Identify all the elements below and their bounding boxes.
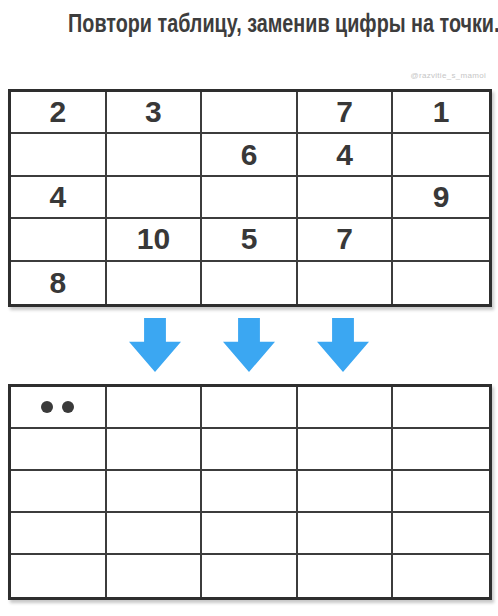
source-cell-r5c1: 8 [11, 262, 107, 304]
answer-cell-r5c3[interactable] [202, 555, 298, 597]
watermark-credit: @razvitie_s_mamoi [411, 71, 486, 80]
source-cell-r3c4 [298, 177, 394, 219]
cell-number: 7 [336, 224, 353, 254]
answer-cell-r1c5[interactable] [393, 387, 489, 429]
cell-number: 2 [49, 97, 66, 127]
source-cell-r2c2 [107, 134, 203, 176]
cell-number: 3 [145, 97, 162, 127]
answer-cell-r4c4[interactable] [298, 513, 394, 555]
answer-cell-r3c3[interactable] [202, 471, 298, 513]
answer-cell-r2c2[interactable] [107, 429, 203, 471]
answer-cell-r2c4[interactable] [298, 429, 394, 471]
source-cell-r1c2: 3 [107, 92, 203, 134]
cell-number: 4 [336, 140, 353, 170]
source-cell-r5c4 [298, 262, 394, 304]
source-cell-r4c2: 10 [107, 219, 203, 261]
down-arrow-icon [317, 318, 369, 372]
answer-cell-r1c4[interactable] [298, 387, 394, 429]
source-cell-r5c3 [202, 262, 298, 304]
source-cell-r3c1: 4 [11, 177, 107, 219]
answer-cell-r4c5[interactable] [393, 513, 489, 555]
dot-icon [62, 401, 74, 413]
worksheet-title-text: Повтори таблицу, заменив цифры на точки. [68, 8, 498, 39]
source-cell-r2c1 [11, 134, 107, 176]
source-cell-r4c3: 5 [202, 219, 298, 261]
answer-cell-r5c4[interactable] [298, 555, 394, 597]
answer-cell-r2c1[interactable] [11, 429, 107, 471]
answer-cell-r3c1[interactable] [11, 471, 107, 513]
answer-cell-r2c5[interactable] [393, 429, 489, 471]
answer-cell-r4c2[interactable] [107, 513, 203, 555]
cell-number: 7 [336, 97, 353, 127]
cell-number: 4 [49, 182, 66, 212]
source-cell-r3c5: 9 [393, 177, 489, 219]
answer-cell-r3c4[interactable] [298, 471, 394, 513]
worksheet-title: Повтори таблицу, заменив цифры на точки. [0, 8, 498, 39]
cell-number: 10 [137, 224, 170, 254]
source-cell-r2c4: 4 [298, 134, 394, 176]
cell-number: 6 [241, 140, 258, 170]
answer-cell-r4c1[interactable] [11, 513, 107, 555]
cell-number: 8 [49, 268, 66, 298]
down-arrow-icon [129, 318, 181, 372]
source-cell-r4c4: 7 [298, 219, 394, 261]
down-arrow-icon [223, 318, 275, 372]
cell-number: 5 [241, 224, 258, 254]
arrows-row [0, 318, 498, 372]
source-cell-r3c2 [107, 177, 203, 219]
source-cell-r2c3: 6 [202, 134, 298, 176]
source-table: 2371644910578 [8, 89, 492, 307]
worksheet-page: Повтори таблицу, заменив цифры на точки.… [0, 0, 498, 616]
source-cell-r5c5 [393, 262, 489, 304]
answer-table [8, 384, 492, 600]
answer-cell-r3c2[interactable] [107, 471, 203, 513]
answer-cell-r5c5[interactable] [393, 555, 489, 597]
answer-cell-r3c5[interactable] [393, 471, 489, 513]
cell-number: 1 [433, 97, 450, 127]
answer-cell-r1c2[interactable] [107, 387, 203, 429]
answer-cell-r2c3[interactable] [202, 429, 298, 471]
source-cell-r4c5 [393, 219, 489, 261]
dot-icon [41, 401, 53, 413]
source-cell-r5c2 [107, 262, 203, 304]
source-cell-r1c1: 2 [11, 92, 107, 134]
source-cell-r1c4: 7 [298, 92, 394, 134]
source-cell-r2c5 [393, 134, 489, 176]
answer-cell-r1c1[interactable] [11, 387, 107, 429]
answer-cell-r5c1[interactable] [11, 555, 107, 597]
source-cell-r1c5: 1 [393, 92, 489, 134]
source-cell-r3c3 [202, 177, 298, 219]
cell-number: 9 [433, 182, 450, 212]
source-cell-r4c1 [11, 219, 107, 261]
answer-cell-r4c3[interactable] [202, 513, 298, 555]
answer-cell-r1c3[interactable] [202, 387, 298, 429]
answer-cell-r5c2[interactable] [107, 555, 203, 597]
source-cell-r1c3 [202, 92, 298, 134]
